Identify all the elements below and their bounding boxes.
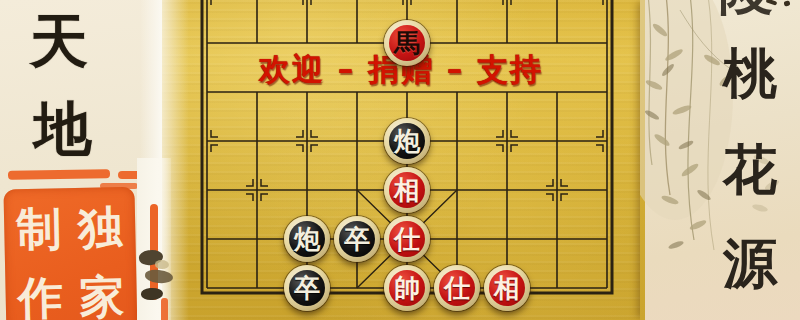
calligraphy-char-tao: 桃 [722,46,778,100]
seal-char-du: 独 [69,193,132,263]
piece-glyph: 仕 [439,270,475,306]
board-edge-sliver [640,0,645,320]
seal-char-zhi: 制 [8,194,71,264]
piece-red-elephant-2[interactable]: 相 [484,265,530,311]
piece-glyph: 卒 [289,270,325,306]
piece-glyph: 仕 [389,221,425,257]
xiangqi-screenshot: 欢迎 – 捐赠 – 支持 馬炮相炮卒仕卒帥仕相 天 地 独 制 家 作 [0,0,800,320]
piece-glyph: 相 [489,270,525,306]
piece-black-cannon-2[interactable]: 炮 [284,216,330,262]
piece-glyph: 馬 [389,25,425,61]
calligraphy-char-di: 地 [28,100,98,158]
piece-glyph: 相 [389,172,425,208]
piece-black-soldier-2[interactable]: 卒 [284,265,330,311]
ink-daub [144,269,173,284]
piece-glyph: 卒 [339,221,375,257]
piece-red-advisor-1[interactable]: 仕 [384,216,430,262]
piece-black-horse-highlight[interactable]: 馬 [384,20,430,66]
ink-daub [141,287,164,301]
ink-daub [155,260,169,269]
paper-strip [137,158,171,320]
seal-char-zuo: 作 [9,263,72,320]
seal-ink-dab [8,169,110,179]
left-calligraphy-panel: 天 地 独 制 家 作 [0,0,160,320]
calligraphy-char-tian: 天 [24,12,94,70]
piece-glyph: 帥 [389,270,425,306]
right-scroll-panel: 陵 桃 花 源 [640,0,800,320]
piece-glyph: 炮 [289,221,325,257]
maker-seal-stamp: 独 制 家 作 [3,187,137,320]
calligraphy-char-hua: 花 [722,142,778,196]
piece-red-general[interactable]: 帥 [384,265,430,311]
piece-red-elephant-1[interactable]: 相 [384,167,430,213]
piece-glyph: 炮 [389,123,425,159]
orange-brush-stub [161,298,168,320]
calligraphy-char-yuan: 源 [722,236,778,290]
seal-char-jia: 家 [71,262,134,320]
piece-red-advisor-2[interactable]: 仕 [434,265,480,311]
ink-speck [784,0,791,6]
piece-black-cannon-1[interactable]: 炮 [384,118,430,164]
piece-black-soldier-1[interactable]: 卒 [334,216,380,262]
calligraphy-char-partial: 陵 [718,0,774,16]
